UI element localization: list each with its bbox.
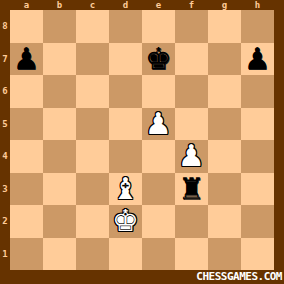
piece-white-bishop-d3: ♝ (112, 174, 139, 204)
square-e5[interactable]: ♟ (142, 108, 175, 141)
rank-label-8: 8 (0, 10, 10, 43)
rank-labels: 87654321 (0, 10, 10, 270)
square-e3[interactable] (142, 173, 175, 206)
file-label-e: e (142, 0, 175, 10)
piece-black-pawn-a7: ♟ (13, 44, 40, 74)
file-label-b: b (43, 0, 76, 10)
piece-black-rook-f3: ♜ (178, 174, 205, 204)
square-f1[interactable] (175, 238, 208, 271)
rank-label-5: 5 (0, 108, 10, 141)
square-b3[interactable] (43, 173, 76, 206)
square-e8[interactable] (142, 10, 175, 43)
piece-black-pawn-h7: ♟ (244, 44, 271, 74)
square-g2[interactable] (208, 205, 241, 238)
square-h2[interactable] (241, 205, 274, 238)
square-a6[interactable] (10, 75, 43, 108)
square-h8[interactable] (241, 10, 274, 43)
square-d6[interactable] (109, 75, 142, 108)
square-b2[interactable] (43, 205, 76, 238)
square-h1[interactable] (241, 238, 274, 271)
square-g3[interactable] (208, 173, 241, 206)
file-label-f: f (175, 0, 208, 10)
square-h3[interactable] (241, 173, 274, 206)
chessboard: ♟♚♟♟♟♝♜♚ (10, 10, 274, 270)
rank-label-3: 3 (0, 173, 10, 206)
square-f7[interactable] (175, 43, 208, 76)
square-c6[interactable] (76, 75, 109, 108)
square-f6[interactable] (175, 75, 208, 108)
file-label-a: a (10, 0, 43, 10)
chessboard-frame: abcdefgh 87654321 ♟♚♟♟♟♝♜♚ CHESSGAMES.CO… (0, 0, 284, 284)
square-b8[interactable] (43, 10, 76, 43)
square-f2[interactable] (175, 205, 208, 238)
rank-label-6: 6 (0, 75, 10, 108)
square-g6[interactable] (208, 75, 241, 108)
square-c5[interactable] (76, 108, 109, 141)
square-a5[interactable] (10, 108, 43, 141)
square-b4[interactable] (43, 140, 76, 173)
piece-white-pawn-f4: ♟ (178, 141, 205, 171)
square-h4[interactable] (241, 140, 274, 173)
square-h5[interactable] (241, 108, 274, 141)
file-labels: abcdefgh (10, 0, 274, 10)
square-c1[interactable] (76, 238, 109, 271)
square-e1[interactable] (142, 238, 175, 271)
square-e6[interactable] (142, 75, 175, 108)
square-e7[interactable]: ♚ (142, 43, 175, 76)
square-f3[interactable]: ♜ (175, 173, 208, 206)
square-b5[interactable] (43, 108, 76, 141)
square-d1[interactable] (109, 238, 142, 271)
square-h6[interactable] (241, 75, 274, 108)
square-c7[interactable] (76, 43, 109, 76)
square-a2[interactable] (10, 205, 43, 238)
square-g1[interactable] (208, 238, 241, 271)
rank-label-2: 2 (0, 205, 10, 238)
piece-white-pawn-e5: ♟ (145, 109, 172, 139)
square-c3[interactable] (76, 173, 109, 206)
file-label-d: d (109, 0, 142, 10)
square-c4[interactable] (76, 140, 109, 173)
square-d5[interactable] (109, 108, 142, 141)
piece-white-king-d2: ♚ (112, 206, 139, 236)
square-a4[interactable] (10, 140, 43, 173)
square-a8[interactable] (10, 10, 43, 43)
square-d7[interactable] (109, 43, 142, 76)
square-d3[interactable]: ♝ (109, 173, 142, 206)
square-b1[interactable] (43, 238, 76, 271)
square-f5[interactable] (175, 108, 208, 141)
file-label-c: c (76, 0, 109, 10)
square-c2[interactable] (76, 205, 109, 238)
square-d8[interactable] (109, 10, 142, 43)
file-label-h: h (241, 0, 274, 10)
square-f4[interactable]: ♟ (175, 140, 208, 173)
square-d2[interactable]: ♚ (109, 205, 142, 238)
square-g7[interactable] (208, 43, 241, 76)
square-h7[interactable]: ♟ (241, 43, 274, 76)
square-a3[interactable] (10, 173, 43, 206)
square-e2[interactable] (142, 205, 175, 238)
square-a1[interactable] (10, 238, 43, 271)
square-c8[interactable] (76, 10, 109, 43)
square-g8[interactable] (208, 10, 241, 43)
chessgames-branding: CHESSGAMES.COM (196, 270, 282, 283)
square-a7[interactable]: ♟ (10, 43, 43, 76)
rank-label-1: 1 (0, 238, 10, 271)
piece-black-king-e7: ♚ (145, 44, 172, 74)
rank-label-4: 4 (0, 140, 10, 173)
square-b7[interactable] (43, 43, 76, 76)
square-f8[interactable] (175, 10, 208, 43)
square-e4[interactable] (142, 140, 175, 173)
square-d4[interactable] (109, 140, 142, 173)
square-b6[interactable] (43, 75, 76, 108)
square-g5[interactable] (208, 108, 241, 141)
rank-label-7: 7 (0, 43, 10, 76)
file-label-g: g (208, 0, 241, 10)
square-g4[interactable] (208, 140, 241, 173)
